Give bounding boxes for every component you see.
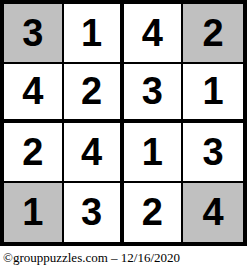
cell-r3c4[interactable]: 3	[183, 123, 243, 183]
cell-r4c3[interactable]: 2	[124, 183, 184, 243]
cell-r3c3[interactable]: 1	[124, 123, 184, 183]
cell-r4c1[interactable]: 1	[4, 183, 64, 243]
cell-r2c4[interactable]: 1	[183, 64, 243, 124]
copyright-footer: ©grouppuzzles.com – 12/16/2020	[3, 246, 247, 269]
cell-r2c3[interactable]: 3	[124, 64, 184, 124]
sudoku-board: 3142423124131324	[0, 0, 247, 246]
cell-r4c2[interactable]: 3	[64, 183, 124, 243]
cell-r4c4[interactable]: 4	[183, 183, 243, 243]
cell-r1c2[interactable]: 1	[64, 4, 124, 64]
puzzle-page: 3142423124131324 ©grouppuzzles.com – 12/…	[0, 0, 247, 269]
cell-r1c1[interactable]: 3	[4, 4, 64, 64]
cell-r1c3[interactable]: 4	[124, 4, 184, 64]
cell-r2c2[interactable]: 2	[64, 64, 124, 124]
cell-r2c1[interactable]: 4	[4, 64, 64, 124]
cell-r3c2[interactable]: 4	[64, 123, 124, 183]
cell-r3c1[interactable]: 2	[4, 123, 64, 183]
cell-r1c4[interactable]: 2	[183, 4, 243, 64]
